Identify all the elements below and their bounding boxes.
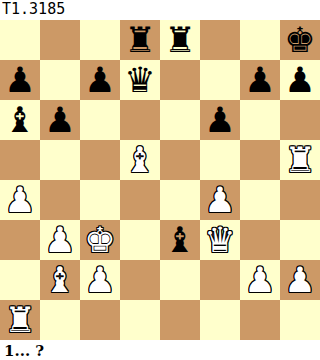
- square-b2[interactable]: ♝: [40, 260, 80, 300]
- square-c4[interactable]: [80, 180, 120, 220]
- square-c8[interactable]: [80, 20, 120, 60]
- square-e7[interactable]: [160, 60, 200, 100]
- piece-white-pawn[interactable]: ♟: [4, 180, 35, 220]
- piece-white-pawn[interactable]: ♟: [244, 260, 275, 300]
- square-d8[interactable]: ♜: [120, 20, 160, 60]
- square-b4[interactable]: [40, 180, 80, 220]
- square-f3[interactable]: ♛: [200, 220, 240, 260]
- square-b7[interactable]: [40, 60, 80, 100]
- square-e2[interactable]: [160, 260, 200, 300]
- square-g7[interactable]: ♟: [240, 60, 280, 100]
- square-e3[interactable]: ♝: [160, 220, 200, 260]
- square-b6[interactable]: ♟: [40, 100, 80, 140]
- square-c3[interactable]: ♚: [80, 220, 120, 260]
- square-a3[interactable]: [0, 220, 40, 260]
- square-h4[interactable]: [280, 180, 320, 220]
- square-a4[interactable]: ♟: [0, 180, 40, 220]
- puzzle-id-title: T1.3185: [0, 0, 320, 20]
- square-g5[interactable]: [240, 140, 280, 180]
- piece-black-rook[interactable]: ♜: [164, 20, 195, 60]
- square-f1[interactable]: [200, 300, 240, 340]
- move-prompt: 1... ?: [0, 340, 320, 360]
- square-g3[interactable]: [240, 220, 280, 260]
- piece-white-pawn[interactable]: ♟: [84, 260, 115, 300]
- square-a1[interactable]: ♜: [0, 300, 40, 340]
- square-c2[interactable]: ♟: [80, 260, 120, 300]
- piece-black-pawn[interactable]: ♟: [244, 60, 275, 100]
- chess-puzzle-page: T1.3185 ♜♜♚♟♟♛♟♟♝♟♟♝♜♟♟♟♚♝♛♝♟♟♟♜ 1... ?: [0, 0, 320, 360]
- piece-white-bishop[interactable]: ♝: [124, 140, 155, 180]
- square-b1[interactable]: [40, 300, 80, 340]
- square-b5[interactable]: [40, 140, 80, 180]
- piece-black-pawn[interactable]: ♟: [204, 100, 235, 140]
- square-c1[interactable]: [80, 300, 120, 340]
- square-c7[interactable]: ♟: [80, 60, 120, 100]
- square-d7[interactable]: ♛: [120, 60, 160, 100]
- piece-black-king[interactable]: ♚: [284, 20, 315, 60]
- square-a2[interactable]: [0, 260, 40, 300]
- square-f5[interactable]: [200, 140, 240, 180]
- square-h2[interactable]: ♟: [280, 260, 320, 300]
- square-h7[interactable]: ♟: [280, 60, 320, 100]
- square-d3[interactable]: [120, 220, 160, 260]
- piece-white-rook[interactable]: ♜: [284, 140, 315, 180]
- piece-black-bishop[interactable]: ♝: [164, 220, 195, 260]
- square-f8[interactable]: [200, 20, 240, 60]
- piece-white-rook[interactable]: ♜: [4, 300, 35, 340]
- square-a6[interactable]: ♝: [0, 100, 40, 140]
- square-d1[interactable]: [120, 300, 160, 340]
- piece-white-pawn[interactable]: ♟: [204, 180, 235, 220]
- square-e8[interactable]: ♜: [160, 20, 200, 60]
- square-h3[interactable]: [280, 220, 320, 260]
- piece-black-pawn[interactable]: ♟: [84, 60, 115, 100]
- square-d2[interactable]: [120, 260, 160, 300]
- square-e4[interactable]: [160, 180, 200, 220]
- square-f2[interactable]: [200, 260, 240, 300]
- square-f4[interactable]: ♟: [200, 180, 240, 220]
- square-d5[interactable]: ♝: [120, 140, 160, 180]
- square-a7[interactable]: ♟: [0, 60, 40, 100]
- square-d6[interactable]: [120, 100, 160, 140]
- piece-black-queen[interactable]: ♛: [124, 60, 155, 100]
- square-f7[interactable]: [200, 60, 240, 100]
- square-g1[interactable]: [240, 300, 280, 340]
- square-h1[interactable]: [280, 300, 320, 340]
- piece-black-pawn[interactable]: ♟: [284, 60, 315, 100]
- square-b3[interactable]: ♟: [40, 220, 80, 260]
- piece-white-bishop[interactable]: ♝: [44, 260, 75, 300]
- square-a8[interactable]: [0, 20, 40, 60]
- square-h5[interactable]: ♜: [280, 140, 320, 180]
- square-f6[interactable]: ♟: [200, 100, 240, 140]
- piece-black-bishop[interactable]: ♝: [4, 100, 35, 140]
- piece-black-pawn[interactable]: ♟: [4, 60, 35, 100]
- piece-black-pawn[interactable]: ♟: [44, 100, 75, 140]
- piece-black-rook[interactable]: ♜: [124, 20, 155, 60]
- square-c6[interactable]: [80, 100, 120, 140]
- square-e1[interactable]: [160, 300, 200, 340]
- square-e5[interactable]: [160, 140, 200, 180]
- square-g4[interactable]: [240, 180, 280, 220]
- piece-white-pawn[interactable]: ♟: [284, 260, 315, 300]
- square-d4[interactable]: [120, 180, 160, 220]
- square-g6[interactable]: [240, 100, 280, 140]
- square-h8[interactable]: ♚: [280, 20, 320, 60]
- square-g8[interactable]: [240, 20, 280, 60]
- square-h6[interactable]: [280, 100, 320, 140]
- square-e6[interactable]: [160, 100, 200, 140]
- piece-white-queen[interactable]: ♛: [204, 220, 235, 260]
- piece-white-pawn[interactable]: ♟: [44, 220, 75, 260]
- square-b8[interactable]: [40, 20, 80, 60]
- square-c5[interactable]: [80, 140, 120, 180]
- piece-white-king[interactable]: ♚: [84, 220, 115, 260]
- square-a5[interactable]: [0, 140, 40, 180]
- square-g2[interactable]: ♟: [240, 260, 280, 300]
- chess-board: ♜♜♚♟♟♛♟♟♝♟♟♝♜♟♟♟♚♝♛♝♟♟♟♜: [0, 20, 320, 340]
